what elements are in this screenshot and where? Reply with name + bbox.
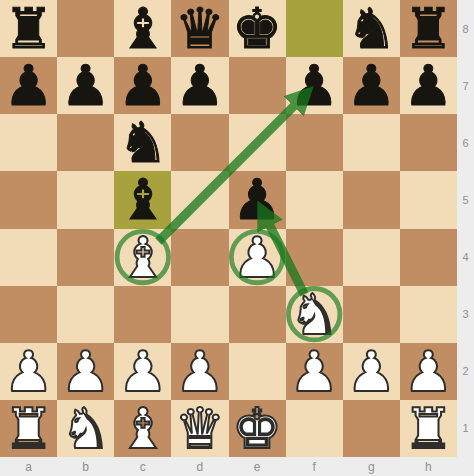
square-d4[interactable] bbox=[171, 229, 228, 286]
piece-white-pawn[interactable]: ♟ bbox=[3, 343, 53, 400]
piece-black-rook[interactable]: ♜ bbox=[3, 0, 53, 57]
piece-white-pawn[interactable]: ♟ bbox=[118, 343, 168, 400]
square-e7[interactable] bbox=[229, 57, 286, 114]
square-f3[interactable]: ♞ bbox=[286, 286, 343, 343]
square-a3[interactable] bbox=[0, 286, 57, 343]
piece-white-king[interactable]: ♚ bbox=[232, 400, 282, 457]
piece-white-knight[interactable]: ♞ bbox=[61, 400, 111, 457]
rank-label-4: 4 bbox=[457, 229, 474, 286]
square-a2[interactable]: ♟ bbox=[0, 343, 57, 400]
square-d5[interactable] bbox=[171, 171, 228, 228]
square-d3[interactable] bbox=[171, 286, 228, 343]
square-e8[interactable]: ♚ bbox=[229, 0, 286, 57]
square-d8[interactable]: ♛ bbox=[171, 0, 228, 57]
piece-white-pawn[interactable]: ♟ bbox=[346, 343, 396, 400]
rank-label-6: 6 bbox=[457, 114, 474, 171]
square-g1[interactable] bbox=[343, 400, 400, 457]
piece-black-knight[interactable]: ♞ bbox=[118, 114, 168, 171]
square-h2[interactable]: ♟ bbox=[400, 343, 457, 400]
square-d7[interactable]: ♟ bbox=[171, 57, 228, 114]
rank-label-7: 7 bbox=[457, 57, 474, 114]
piece-black-knight[interactable]: ♞ bbox=[346, 0, 396, 57]
square-a5[interactable] bbox=[0, 171, 57, 228]
square-e6[interactable] bbox=[229, 114, 286, 171]
square-c4[interactable]: ♝ bbox=[114, 229, 171, 286]
piece-black-pawn[interactable]: ♟ bbox=[3, 57, 53, 114]
square-h4[interactable] bbox=[400, 229, 457, 286]
square-f1[interactable] bbox=[286, 400, 343, 457]
square-c3[interactable] bbox=[114, 286, 171, 343]
piece-black-pawn[interactable]: ♟ bbox=[232, 171, 282, 228]
square-a7[interactable]: ♟ bbox=[0, 57, 57, 114]
square-b6[interactable] bbox=[57, 114, 114, 171]
square-c5[interactable]: ♝ bbox=[114, 171, 171, 228]
square-h1[interactable]: ♜ bbox=[400, 400, 457, 457]
square-a8[interactable]: ♜ bbox=[0, 0, 57, 57]
piece-black-pawn[interactable]: ♟ bbox=[61, 57, 111, 114]
square-c7[interactable]: ♟ bbox=[114, 57, 171, 114]
square-c2[interactable]: ♟ bbox=[114, 343, 171, 400]
file-label-g: g bbox=[343, 457, 400, 476]
piece-white-pawn[interactable]: ♟ bbox=[232, 229, 282, 286]
square-b3[interactable] bbox=[57, 286, 114, 343]
piece-black-pawn[interactable]: ♟ bbox=[118, 57, 168, 114]
file-label-f: f bbox=[286, 457, 343, 476]
piece-black-pawn[interactable]: ♟ bbox=[403, 57, 453, 114]
piece-white-pawn[interactable]: ♟ bbox=[289, 343, 339, 400]
square-h5[interactable] bbox=[400, 171, 457, 228]
square-h3[interactable] bbox=[400, 286, 457, 343]
square-b2[interactable]: ♟ bbox=[57, 343, 114, 400]
piece-black-king[interactable]: ♚ bbox=[232, 0, 282, 57]
square-d6[interactable] bbox=[171, 114, 228, 171]
square-f5[interactable] bbox=[286, 171, 343, 228]
piece-white-pawn[interactable]: ♟ bbox=[403, 343, 453, 400]
square-h8[interactable]: ♜ bbox=[400, 0, 457, 57]
square-a6[interactable] bbox=[0, 114, 57, 171]
rank-label-8: 8 bbox=[457, 0, 474, 57]
square-a1[interactable]: ♜ bbox=[0, 400, 57, 457]
piece-white-bishop[interactable]: ♝ bbox=[118, 400, 168, 457]
square-b8[interactable] bbox=[57, 0, 114, 57]
square-e5[interactable]: ♟ bbox=[229, 171, 286, 228]
square-g7[interactable]: ♟ bbox=[343, 57, 400, 114]
square-g6[interactable] bbox=[343, 114, 400, 171]
square-b5[interactable] bbox=[57, 171, 114, 228]
square-d2[interactable]: ♟ bbox=[171, 343, 228, 400]
square-h6[interactable] bbox=[400, 114, 457, 171]
square-f6[interactable] bbox=[286, 114, 343, 171]
square-d1[interactable]: ♛ bbox=[171, 400, 228, 457]
chess-board[interactable]: ♜♝♛♚♞♜♟♟♟♟♟♟♟♞♝♟♝♟♞♟♟♟♟♟♟♟♜♞♝♛♚♜ bbox=[0, 0, 457, 457]
piece-white-pawn[interactable]: ♟ bbox=[61, 343, 111, 400]
square-e1[interactable]: ♚ bbox=[229, 400, 286, 457]
rank-label-3: 3 bbox=[457, 286, 474, 343]
piece-black-queen[interactable]: ♛ bbox=[175, 0, 225, 57]
piece-black-pawn[interactable]: ♟ bbox=[346, 57, 396, 114]
rank-label-5: 5 bbox=[457, 171, 474, 228]
piece-white-knight[interactable]: ♞ bbox=[289, 286, 339, 343]
piece-white-rook[interactable]: ♜ bbox=[3, 400, 53, 457]
piece-black-bishop[interactable]: ♝ bbox=[118, 171, 168, 228]
square-e2[interactable] bbox=[229, 343, 286, 400]
square-f2[interactable]: ♟ bbox=[286, 343, 343, 400]
square-b7[interactable]: ♟ bbox=[57, 57, 114, 114]
square-c1[interactable]: ♝ bbox=[114, 400, 171, 457]
square-f8[interactable] bbox=[286, 0, 343, 57]
square-c6[interactable]: ♞ bbox=[114, 114, 171, 171]
square-f7[interactable]: ♟ bbox=[286, 57, 343, 114]
square-b4[interactable] bbox=[57, 229, 114, 286]
square-c8[interactable]: ♝ bbox=[114, 0, 171, 57]
rank-coordinates: 87654321 bbox=[457, 0, 474, 457]
square-g5[interactable] bbox=[343, 171, 400, 228]
square-g4[interactable] bbox=[343, 229, 400, 286]
square-b1[interactable]: ♞ bbox=[57, 400, 114, 457]
square-g8[interactable]: ♞ bbox=[343, 0, 400, 57]
rank-label-1: 1 bbox=[457, 400, 474, 457]
piece-black-pawn[interactable]: ♟ bbox=[289, 57, 339, 114]
piece-white-queen[interactable]: ♛ bbox=[175, 400, 225, 457]
chess-analysis-view: ♜♝♛♚♞♜♟♟♟♟♟♟♟♞♝♟♝♟♞♟♟♟♟♟♟♟♜♞♝♛♚♜ 8765432… bbox=[0, 0, 474, 476]
rank-label-2: 2 bbox=[457, 343, 474, 400]
square-a4[interactable] bbox=[0, 229, 57, 286]
piece-white-pawn[interactable]: ♟ bbox=[175, 343, 225, 400]
square-e4[interactable]: ♟ bbox=[229, 229, 286, 286]
piece-white-bishop[interactable]: ♝ bbox=[118, 229, 168, 286]
square-h7[interactable]: ♟ bbox=[400, 57, 457, 114]
square-g3[interactable] bbox=[343, 286, 400, 343]
square-e3[interactable] bbox=[229, 286, 286, 343]
square-g2[interactable]: ♟ bbox=[343, 343, 400, 400]
piece-white-rook[interactable]: ♜ bbox=[403, 400, 453, 457]
piece-black-pawn[interactable]: ♟ bbox=[175, 57, 225, 114]
piece-black-rook[interactable]: ♜ bbox=[403, 0, 453, 57]
piece-black-bishop[interactable]: ♝ bbox=[118, 0, 168, 57]
square-f4[interactable] bbox=[286, 229, 343, 286]
